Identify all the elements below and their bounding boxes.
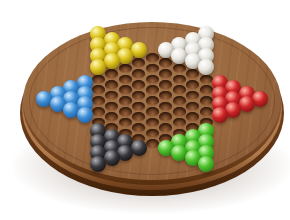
hole-c6-r4[interactable] bbox=[105, 69, 118, 79]
hole-c5-r7[interactable] bbox=[92, 96, 105, 106]
hole-c10-r8[interactable] bbox=[159, 123, 172, 133]
hole-c10-r2[interactable] bbox=[159, 58, 172, 68]
hole-c8-r4[interactable] bbox=[132, 80, 145, 90]
hole-c5-r8[interactable] bbox=[92, 107, 105, 117]
hole-c5-r5[interactable] bbox=[92, 75, 105, 85]
hole-c12-r4[interactable] bbox=[186, 69, 199, 79]
hole-c13-r8[interactable] bbox=[200, 107, 213, 117]
hole-c10-r3[interactable] bbox=[159, 69, 172, 79]
hole-c9-r7[interactable] bbox=[146, 118, 159, 128]
hole-c5-r6[interactable] bbox=[92, 85, 105, 95]
marble-black[interactable] bbox=[90, 156, 106, 172]
hole-c11-r5[interactable] bbox=[173, 85, 186, 95]
hole-c12-r8[interactable] bbox=[186, 112, 199, 122]
hole-c11-r7[interactable] bbox=[173, 107, 186, 117]
hole-c8-r2[interactable] bbox=[132, 58, 145, 68]
hole-c6-r8[interactable] bbox=[105, 112, 118, 122]
marble-white[interactable] bbox=[198, 59, 214, 75]
hole-c6-r7[interactable] bbox=[105, 102, 118, 112]
hole-c8-r3[interactable] bbox=[132, 69, 145, 79]
chinese-checkers-scene bbox=[0, 0, 290, 220]
marble-yellow[interactable] bbox=[90, 59, 106, 75]
hole-c7-r5[interactable] bbox=[119, 85, 132, 95]
hole-c9-r9[interactable] bbox=[146, 139, 159, 149]
hole-c10-r7[interactable] bbox=[159, 112, 172, 122]
hole-c6-r5[interactable] bbox=[105, 80, 118, 90]
hole-c8-r7[interactable] bbox=[132, 112, 145, 122]
hole-c11-r4[interactable] bbox=[173, 75, 186, 85]
marble-red[interactable] bbox=[212, 107, 228, 123]
hole-c13-r7[interactable] bbox=[200, 96, 213, 106]
hole-c9-r1[interactable] bbox=[146, 53, 159, 63]
hole-c7-r6[interactable] bbox=[119, 96, 132, 106]
hole-c12-r7[interactable] bbox=[186, 102, 199, 112]
hole-c12-r5[interactable] bbox=[186, 80, 199, 90]
hole-c7-r7[interactable] bbox=[119, 107, 132, 117]
hole-c9-r4[interactable] bbox=[146, 85, 159, 95]
hole-c9-r6[interactable] bbox=[146, 107, 159, 117]
hole-c11-r3[interactable] bbox=[173, 64, 186, 74]
hole-c10-r4[interactable] bbox=[159, 80, 172, 90]
hole-c7-r4[interactable] bbox=[119, 75, 132, 85]
marble-blue[interactable] bbox=[77, 107, 93, 123]
hole-c8-r8[interactable] bbox=[132, 123, 145, 133]
hole-c9-r5[interactable] bbox=[146, 96, 159, 106]
hole-c9-r2[interactable] bbox=[146, 64, 159, 74]
hole-c13-r6[interactable] bbox=[200, 85, 213, 95]
hole-c10-r6[interactable] bbox=[159, 102, 172, 112]
marble-green[interactable] bbox=[198, 156, 214, 172]
hole-c7-r8[interactable] bbox=[119, 118, 132, 128]
hole-c9-r3[interactable] bbox=[146, 75, 159, 85]
hole-c7-r3[interactable] bbox=[119, 64, 132, 74]
hole-c8-r6[interactable] bbox=[132, 102, 145, 112]
hole-c11-r6[interactable] bbox=[173, 96, 186, 106]
hole-c9-r8[interactable] bbox=[146, 129, 159, 139]
hole-c13-r5[interactable] bbox=[200, 75, 213, 85]
hole-c11-r8[interactable] bbox=[173, 118, 186, 128]
